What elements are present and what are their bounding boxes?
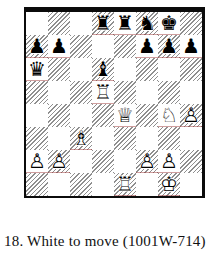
square-c8 xyxy=(70,12,92,35)
chess-board: ♜♜♞♚♟♟♟♟♟♛♝♜♖♛♕♞♘♟♙♝♗♟♙♟♙♟♙♟♙♜♖♚♔ xyxy=(26,12,202,196)
square-g7: ♟ xyxy=(158,35,180,58)
square-b2: ♟♙ xyxy=(48,150,70,173)
square-d7 xyxy=(92,35,114,58)
black-pawn-piece: ♟ xyxy=(136,35,158,58)
piece-outline: ♗ xyxy=(72,127,90,150)
piece-outline: ♖ xyxy=(116,173,134,196)
piece-outline: ♙ xyxy=(50,150,68,173)
square-h4: ♟♙ xyxy=(180,104,202,127)
square-e3 xyxy=(114,127,136,150)
square-d3 xyxy=(92,127,114,150)
square-e1: ♜♖ xyxy=(114,173,136,196)
square-h6 xyxy=(180,58,202,81)
square-g5 xyxy=(158,81,180,104)
black-rook-piece: ♜ xyxy=(114,12,136,35)
square-c6 xyxy=(70,58,92,81)
piece-outline: ♙ xyxy=(182,104,200,127)
square-g4: ♞♘ xyxy=(158,104,180,127)
white-knight-piece: ♞♘ xyxy=(158,104,180,127)
chess-board-frame: ♜♜♞♚♟♟♟♟♟♛♝♜♖♛♕♞♘♟♙♝♗♟♙♟♙♟♙♟♙♜♖♚♔ xyxy=(24,7,205,198)
square-e4: ♛♕ xyxy=(114,104,136,127)
square-d5: ♜♖ xyxy=(92,81,114,104)
square-a2: ♟♙ xyxy=(26,150,48,173)
square-a4 xyxy=(26,104,48,127)
white-queen-piece: ♛♕ xyxy=(114,104,136,127)
square-f5 xyxy=(136,81,158,104)
black-pawn-piece: ♟ xyxy=(158,35,180,58)
square-f2: ♟♙ xyxy=(136,150,158,173)
square-e5 xyxy=(114,81,136,104)
black-queen-piece: ♛ xyxy=(26,58,48,81)
black-pawn-piece: ♟ xyxy=(180,35,202,58)
square-e7 xyxy=(114,35,136,58)
black-bishop-piece: ♝ xyxy=(92,58,114,81)
square-b1 xyxy=(48,173,70,196)
square-d1 xyxy=(92,173,114,196)
square-d4 xyxy=(92,104,114,127)
white-pawn-piece: ♟♙ xyxy=(158,150,180,173)
white-bishop-piece: ♝♗ xyxy=(70,127,92,150)
square-h1 xyxy=(180,173,202,196)
white-king-piece: ♚♔ xyxy=(158,173,180,196)
white-rook-piece: ♜♖ xyxy=(114,173,136,196)
square-a3 xyxy=(26,127,48,150)
square-b7: ♟ xyxy=(48,35,70,58)
square-b8 xyxy=(48,12,70,35)
black-pawn-piece: ♟ xyxy=(26,35,48,58)
square-c5 xyxy=(70,81,92,104)
square-a7: ♟ xyxy=(26,35,48,58)
square-g6 xyxy=(158,58,180,81)
square-g3 xyxy=(158,127,180,150)
white-pawn-piece: ♟♙ xyxy=(26,150,48,173)
square-f4 xyxy=(136,104,158,127)
white-pawn-piece: ♟♙ xyxy=(180,104,202,127)
piece-outline: ♖ xyxy=(94,81,112,104)
black-rook-piece: ♜ xyxy=(92,12,114,35)
square-b5 xyxy=(48,81,70,104)
white-rook-piece: ♜♖ xyxy=(92,81,114,104)
square-h5 xyxy=(180,81,202,104)
piece-outline: ♙ xyxy=(138,150,156,173)
piece-outline: ♕ xyxy=(116,104,134,127)
square-f1 xyxy=(136,173,158,196)
piece-outline: ♘ xyxy=(160,104,178,127)
square-f7: ♟ xyxy=(136,35,158,58)
black-king-piece: ♚ xyxy=(158,12,180,35)
square-d8: ♜ xyxy=(92,12,114,35)
square-h2 xyxy=(180,150,202,173)
square-a8 xyxy=(26,12,48,35)
diagram-caption: 18. White to move (1001W-714) xyxy=(4,233,214,250)
square-b4 xyxy=(48,104,70,127)
square-h8 xyxy=(180,12,202,35)
square-e2 xyxy=(114,150,136,173)
square-h7: ♟ xyxy=(180,35,202,58)
square-c3: ♝♗ xyxy=(70,127,92,150)
square-b6 xyxy=(48,58,70,81)
black-knight-piece: ♞ xyxy=(136,12,158,35)
square-e6 xyxy=(114,58,136,81)
square-h3 xyxy=(180,127,202,150)
square-f3 xyxy=(136,127,158,150)
black-pawn-piece: ♟ xyxy=(48,35,70,58)
square-c4 xyxy=(70,104,92,127)
square-e8: ♜ xyxy=(114,12,136,35)
piece-outline: ♔ xyxy=(160,173,178,196)
white-pawn-piece: ♟♙ xyxy=(136,150,158,173)
square-g1: ♚♔ xyxy=(158,173,180,196)
diagram-page: ♜♜♞♚♟♟♟♟♟♛♝♜♖♛♕♞♘♟♙♝♗♟♙♟♙♟♙♟♙♜♖♚♔ 18. Wh… xyxy=(0,0,216,260)
square-c1 xyxy=(70,173,92,196)
square-a1 xyxy=(26,173,48,196)
square-b3 xyxy=(48,127,70,150)
square-g2: ♟♙ xyxy=(158,150,180,173)
square-c7 xyxy=(70,35,92,58)
square-f8: ♞ xyxy=(136,12,158,35)
square-d2 xyxy=(92,150,114,173)
square-d6: ♝ xyxy=(92,58,114,81)
square-g8: ♚ xyxy=(158,12,180,35)
square-f6 xyxy=(136,58,158,81)
piece-outline: ♙ xyxy=(28,150,46,173)
square-c2 xyxy=(70,150,92,173)
piece-outline: ♙ xyxy=(160,150,178,173)
white-pawn-piece: ♟♙ xyxy=(48,150,70,173)
square-a6: ♛ xyxy=(26,58,48,81)
square-a5 xyxy=(26,81,48,104)
